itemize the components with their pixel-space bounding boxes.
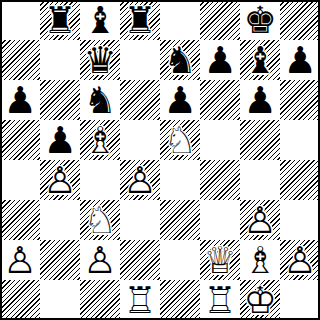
white-rook[interactable]: ♜♖ <box>120 280 160 320</box>
square-b1[interactable] <box>40 280 80 320</box>
square-a4[interactable] <box>0 160 40 200</box>
black-rook[interactable]: ♜ <box>40 0 80 40</box>
square-d4[interactable]: ♟♙ <box>120 160 160 200</box>
white-pawn[interactable]: ♟♙ <box>240 200 280 240</box>
square-a8[interactable] <box>0 0 40 40</box>
piece-outline: ♙ <box>80 240 120 280</box>
piece-glyph: ♞ <box>80 80 120 120</box>
square-f4[interactable] <box>200 160 240 200</box>
white-bishop[interactable]: ♝♗ <box>80 120 120 160</box>
piece-outline: ♖ <box>120 280 160 320</box>
piece-outline: ♘ <box>160 120 200 160</box>
white-pawn[interactable]: ♟♙ <box>280 240 320 280</box>
white-knight[interactable]: ♞♘ <box>80 200 120 240</box>
square-b5[interactable]: ♟ <box>40 120 80 160</box>
square-h2[interactable]: ♟♙ <box>280 240 320 280</box>
white-pawn[interactable]: ♟♙ <box>80 240 120 280</box>
square-c7[interactable]: ♛ <box>80 40 120 80</box>
piece-glyph: ♜ <box>40 0 80 40</box>
black-bishop[interactable]: ♝ <box>240 40 280 80</box>
square-d8[interactable]: ♜ <box>120 0 160 40</box>
piece-outline: ♗ <box>80 120 120 160</box>
square-e7[interactable]: ♞ <box>160 40 200 80</box>
square-a3[interactable] <box>0 200 40 240</box>
black-pawn[interactable]: ♟ <box>200 40 240 80</box>
piece-glyph: ♟ <box>40 120 80 160</box>
white-pawn[interactable]: ♟♙ <box>0 240 40 280</box>
square-e2[interactable] <box>160 240 200 280</box>
piece-glyph: ♚ <box>240 0 280 40</box>
piece-outline: ♙ <box>40 160 80 200</box>
square-d6[interactable] <box>120 80 160 120</box>
square-h5[interactable] <box>280 120 320 160</box>
square-b3[interactable] <box>40 200 80 240</box>
piece-outline: ♔ <box>240 280 280 320</box>
square-f1[interactable]: ♜♖ <box>200 280 240 320</box>
square-c1[interactable] <box>80 280 120 320</box>
square-e1[interactable] <box>160 280 200 320</box>
square-g3[interactable]: ♟♙ <box>240 200 280 240</box>
black-queen[interactable]: ♛ <box>80 40 120 80</box>
black-pawn[interactable]: ♟ <box>280 40 320 80</box>
piece-outline: ♘ <box>80 200 120 240</box>
black-pawn[interactable]: ♟ <box>160 80 200 120</box>
square-b4[interactable]: ♟♙ <box>40 160 80 200</box>
square-c5[interactable]: ♝♗ <box>80 120 120 160</box>
piece-outline: ♙ <box>120 160 160 200</box>
square-d2[interactable] <box>120 240 160 280</box>
square-a7[interactable] <box>0 40 40 80</box>
square-h7[interactable]: ♟ <box>280 40 320 80</box>
square-g6[interactable]: ♟ <box>240 80 280 120</box>
square-e4[interactable] <box>160 160 200 200</box>
square-h1[interactable] <box>280 280 320 320</box>
white-bishop[interactable]: ♝♗ <box>240 240 280 280</box>
square-h4[interactable] <box>280 160 320 200</box>
square-h3[interactable] <box>280 200 320 240</box>
square-c2[interactable]: ♟♙ <box>80 240 120 280</box>
piece-glyph: ♞ <box>160 40 200 80</box>
square-a5[interactable] <box>0 120 40 160</box>
square-e6[interactable]: ♟ <box>160 80 200 120</box>
white-knight[interactable]: ♞♘ <box>160 120 200 160</box>
piece-outline: ♕ <box>200 240 240 280</box>
square-g1[interactable]: ♚♔ <box>240 280 280 320</box>
piece-outline: ♙ <box>0 240 40 280</box>
piece-glyph: ♟ <box>200 40 240 80</box>
piece-glyph: ♝ <box>240 40 280 80</box>
piece-glyph: ♟ <box>240 80 280 120</box>
square-f5[interactable] <box>200 120 240 160</box>
square-a6[interactable]: ♟ <box>0 80 40 120</box>
square-b2[interactable] <box>40 240 80 280</box>
piece-glyph: ♟ <box>0 80 40 120</box>
white-queen[interactable]: ♛♕ <box>200 240 240 280</box>
piece-outline: ♖ <box>200 280 240 320</box>
square-f6[interactable] <box>200 80 240 120</box>
square-f2[interactable]: ♛♕ <box>200 240 240 280</box>
square-c6[interactable]: ♞ <box>80 80 120 120</box>
square-g8[interactable]: ♚ <box>240 0 280 40</box>
square-g4[interactable] <box>240 160 280 200</box>
square-d7[interactable] <box>120 40 160 80</box>
white-pawn[interactable]: ♟♙ <box>120 160 160 200</box>
square-c4[interactable] <box>80 160 120 200</box>
white-king[interactable]: ♚♔ <box>240 280 280 320</box>
black-pawn[interactable]: ♟ <box>0 80 40 120</box>
square-c8[interactable]: ♝ <box>80 0 120 40</box>
piece-glyph: ♝ <box>80 0 120 40</box>
white-pawn[interactable]: ♟♙ <box>40 160 80 200</box>
square-d3[interactable] <box>120 200 160 240</box>
square-e3[interactable] <box>160 200 200 240</box>
square-b7[interactable] <box>40 40 80 80</box>
square-b6[interactable] <box>40 80 80 120</box>
piece-glyph: ♟ <box>160 80 200 120</box>
piece-outline: ♗ <box>240 240 280 280</box>
square-e5[interactable]: ♞♘ <box>160 120 200 160</box>
square-g7[interactable]: ♝ <box>240 40 280 80</box>
piece-outline: ♙ <box>280 240 320 280</box>
square-d1[interactable]: ♜♖ <box>120 280 160 320</box>
square-f3[interactable] <box>200 200 240 240</box>
black-pawn[interactable]: ♟ <box>240 80 280 120</box>
square-c3[interactable]: ♞♘ <box>80 200 120 240</box>
black-knight[interactable]: ♞ <box>80 80 120 120</box>
white-rook[interactable]: ♜♖ <box>200 280 240 320</box>
square-a2[interactable]: ♟♙ <box>0 240 40 280</box>
square-f8[interactable] <box>200 0 240 40</box>
black-bishop[interactable]: ♝ <box>80 0 120 40</box>
black-king[interactable]: ♚ <box>240 0 280 40</box>
square-h8[interactable] <box>280 0 320 40</box>
square-f7[interactable]: ♟ <box>200 40 240 80</box>
piece-glyph: ♛ <box>80 40 120 80</box>
square-h6[interactable] <box>280 80 320 120</box>
square-g2[interactable]: ♝♗ <box>240 240 280 280</box>
piece-outline: ♙ <box>240 200 280 240</box>
black-pawn[interactable]: ♟ <box>40 120 80 160</box>
square-d5[interactable] <box>120 120 160 160</box>
piece-glyph: ♜ <box>120 0 160 40</box>
square-b8[interactable]: ♜ <box>40 0 80 40</box>
square-g5[interactable] <box>240 120 280 160</box>
black-knight[interactable]: ♞ <box>160 40 200 80</box>
square-e8[interactable] <box>160 0 200 40</box>
chess-board: ♜♝♜♚♛♞♟♝♟♟♞♟♟♟♝♗♞♘♟♙♟♙♞♘♟♙♟♙♟♙♛♕♝♗♟♙♜♖♜♖… <box>0 0 320 320</box>
square-a1[interactable] <box>0 280 40 320</box>
black-rook[interactable]: ♜ <box>120 0 160 40</box>
piece-glyph: ♟ <box>280 40 320 80</box>
